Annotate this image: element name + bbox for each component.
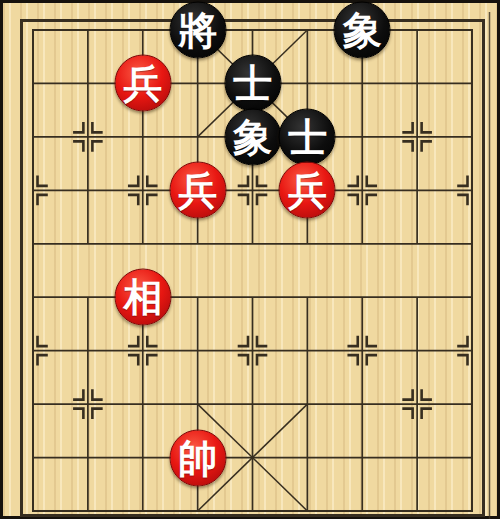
piece-glyph: 帥 [178, 438, 217, 477]
piece-black-elephant-2[interactable]: 象 [224, 108, 281, 165]
piece-glyph: 相 [123, 278, 162, 317]
piece-glyph: 象 [343, 11, 382, 50]
piece-red-soldier-1[interactable]: 兵 [114, 55, 171, 112]
piece-glyph: 象 [233, 117, 272, 156]
piece-black-advisor-2[interactable]: 士 [279, 108, 336, 165]
pieces-layer: 將象兵士象士兵兵相帥 [0, 0, 500, 519]
piece-glyph: 兵 [288, 171, 327, 210]
piece-red-general[interactable]: 帥 [169, 429, 226, 486]
piece-glyph: 士 [233, 64, 272, 103]
piece-black-general[interactable]: 將 [169, 2, 226, 59]
piece-glyph: 兵 [178, 171, 217, 210]
piece-red-elephant[interactable]: 相 [114, 269, 171, 326]
piece-black-elephant-1[interactable]: 象 [334, 2, 391, 59]
piece-glyph: 將 [178, 11, 217, 50]
xiangqi-board-screen: 將象兵士象士兵兵相帥 [0, 0, 500, 519]
piece-glyph: 兵 [123, 64, 162, 103]
piece-red-soldier-2[interactable]: 兵 [169, 162, 226, 219]
piece-glyph: 士 [288, 117, 327, 156]
piece-black-advisor-1[interactable]: 士 [224, 55, 281, 112]
piece-red-soldier-3[interactable]: 兵 [279, 162, 336, 219]
